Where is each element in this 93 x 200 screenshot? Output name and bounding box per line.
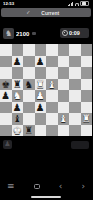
black-rook: ♜ — [12, 79, 24, 91]
black-pawn: ♟ — [35, 56, 47, 68]
square-f3[interactable] — [58, 102, 70, 114]
square-b5[interactable]: ♜ — [12, 79, 24, 91]
square-h8[interactable] — [81, 44, 93, 56]
back-move-button[interactable]: ‹ — [59, 179, 63, 193]
square-f2[interactable]: ♝ — [58, 113, 70, 125]
square-c4[interactable] — [23, 90, 35, 102]
square-h7[interactable] — [81, 56, 93, 68]
square-d4[interactable]: ♟ — [35, 90, 47, 102]
check-icon: ✓ — [27, 10, 31, 15]
square-d8[interactable] — [35, 44, 47, 56]
bot-avatar-icon: ♞ — [5, 28, 12, 39]
square-g3[interactable] — [69, 102, 81, 114]
opponent-rating: 2100 — [16, 30, 29, 37]
square-g1[interactable] — [69, 125, 81, 137]
status-bar: 12:53 — [0, 0, 92, 8]
square-a5[interactable]: ♚ — [0, 79, 12, 91]
square-a2[interactable] — [0, 113, 12, 125]
square-b3[interactable]: ♟ — [12, 102, 24, 114]
square-e3[interactable] — [46, 102, 58, 114]
square-a7[interactable] — [0, 56, 12, 68]
home-indicator — [31, 196, 61, 199]
square-h5[interactable] — [81, 79, 93, 91]
menu-button[interactable]: ≡ — [7, 179, 15, 193]
square-b6[interactable] — [12, 67, 24, 79]
opponent-avatar[interactable]: ♞ — [3, 28, 14, 39]
square-c8[interactable] — [23, 44, 35, 56]
square-d5[interactable]: ♜ — [35, 79, 47, 91]
square-g2[interactable] — [69, 113, 81, 125]
square-g8[interactable] — [69, 44, 81, 56]
square-h1[interactable] — [81, 125, 93, 137]
square-d6[interactable] — [35, 67, 47, 79]
chat-button[interactable] — [34, 184, 40, 189]
square-a3[interactable] — [0, 102, 12, 114]
player-avatar[interactable]: ♟ — [3, 140, 12, 149]
square-c5[interactable]: ♞ — [23, 79, 35, 91]
player-row: ♟ — [0, 138, 92, 151]
black-king: ♚ — [0, 79, 12, 91]
black-pawn: ♟ — [12, 102, 24, 114]
app-frame: 12:53 ✓ Current ♞ 2100 0:09 ♟♟♚♜♞♜♝♟♞♟♟♟… — [0, 0, 92, 200]
square-a6[interactable] — [0, 67, 12, 79]
chess-board: ♟♟♚♜♞♜♝♟♞♟♟♟♝♝♜♚♜ — [0, 44, 92, 136]
square-f6[interactable] — [58, 67, 70, 79]
player-avatar-icon: ♟ — [4, 140, 10, 149]
black-pawn: ♟ — [35, 102, 47, 114]
square-e8[interactable] — [46, 44, 58, 56]
bottom-toolbar: ≡ ‹ › — [0, 179, 92, 193]
square-b8[interactable] — [12, 44, 24, 56]
status-icons — [68, 2, 90, 6]
square-f5[interactable] — [58, 79, 70, 91]
square-c2[interactable] — [23, 113, 35, 125]
white-bishop: ♝ — [58, 113, 70, 125]
square-c7[interactable] — [23, 56, 35, 68]
square-e2[interactable] — [46, 113, 58, 125]
square-d2[interactable] — [35, 113, 47, 125]
square-f4[interactable] — [58, 90, 70, 102]
square-f8[interactable] — [58, 44, 70, 56]
current-game-banner[interactable]: ✓ Current — [1, 8, 91, 17]
square-e4[interactable] — [46, 90, 58, 102]
square-d3[interactable]: ♟ — [35, 102, 47, 114]
square-e5[interactable]: ♝ — [46, 79, 58, 91]
white-bishop: ♝ — [46, 79, 58, 91]
square-b2[interactable]: ♝ — [12, 113, 24, 125]
square-g6[interactable] — [69, 67, 81, 79]
black-knight: ♞ — [23, 79, 35, 91]
player-clock — [71, 141, 89, 149]
black-rook: ♜ — [23, 125, 35, 137]
square-f1[interactable] — [58, 125, 70, 137]
square-b4[interactable]: ♞ — [12, 90, 24, 102]
square-c6[interactable] — [23, 67, 35, 79]
square-c1[interactable]: ♜ — [23, 125, 35, 137]
back-icon: ‹ — [59, 179, 63, 193]
status-time: 12:53 — [3, 2, 14, 7]
forward-move-button[interactable]: › — [81, 179, 85, 193]
square-g7[interactable] — [69, 56, 81, 68]
chat-icon — [34, 184, 40, 189]
white-pawn: ♟ — [35, 90, 47, 102]
clock-icon — [62, 30, 68, 36]
opponent-row: ♞ 2100 0:09 — [0, 25, 92, 41]
opponent-badge-icon — [32, 32, 36, 35]
square-g5[interactable] — [69, 79, 81, 91]
battery-icon — [80, 1, 89, 7]
wifi-icon — [75, 3, 79, 6]
square-h3[interactable] — [81, 102, 93, 114]
square-a4[interactable]: ♟ — [0, 90, 12, 102]
square-c3[interactable] — [23, 102, 35, 114]
white-king: ♚ — [12, 125, 24, 137]
opponent-clock-time: 0:09 — [69, 30, 80, 36]
square-e7[interactable] — [46, 56, 58, 68]
white-knight: ♞ — [12, 90, 24, 102]
square-b7[interactable]: ♟ — [12, 56, 24, 68]
black-bishop: ♝ — [12, 113, 24, 125]
opponent-clock: 0:09 — [60, 28, 89, 38]
forward-icon: › — [81, 179, 85, 193]
square-g4[interactable] — [69, 90, 81, 102]
signal-icon — [68, 2, 74, 6]
square-d1[interactable] — [35, 125, 47, 137]
black-pawn: ♟ — [12, 56, 24, 68]
square-d7[interactable]: ♟ — [35, 56, 47, 68]
menu-icon: ≡ — [7, 179, 15, 193]
white-rook: ♜ — [81, 113, 93, 125]
current-banner-label: Current — [41, 10, 59, 16]
square-a8[interactable] — [0, 44, 12, 56]
square-h6[interactable] — [81, 67, 93, 79]
square-f7[interactable] — [58, 56, 70, 68]
square-a1[interactable] — [0, 125, 12, 137]
square-e1[interactable] — [46, 125, 58, 137]
square-h2[interactable]: ♜ — [81, 113, 93, 125]
square-h4[interactable] — [81, 90, 93, 102]
square-e6[interactable] — [46, 67, 58, 79]
white-rook: ♜ — [35, 79, 47, 91]
black-pawn: ♟ — [0, 90, 12, 102]
square-b1[interactable]: ♚ — [12, 125, 24, 137]
